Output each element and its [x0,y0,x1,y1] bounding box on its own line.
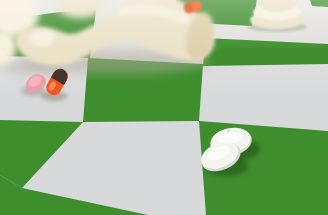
chessboard-photo [0,0,328,215]
photo-canvas [0,0,328,215]
focus-haze-overlay [0,0,328,52]
